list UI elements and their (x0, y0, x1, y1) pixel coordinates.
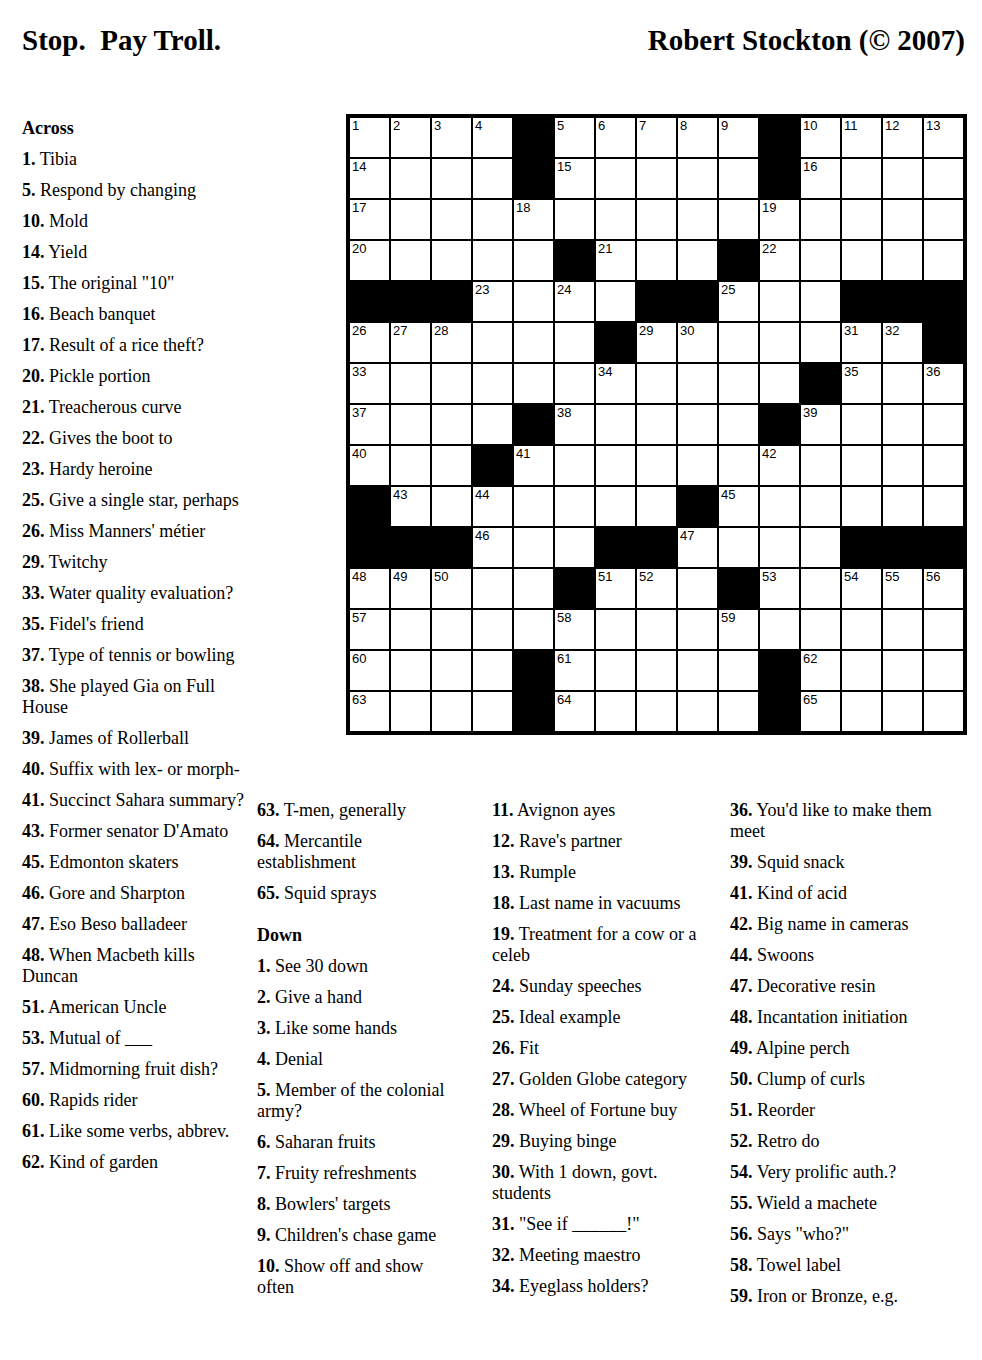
white-square[interactable]: 30 (678, 323, 717, 362)
cell-number: 4 (475, 118, 482, 133)
white-square[interactable] (432, 487, 471, 526)
white-square[interactable] (555, 200, 594, 239)
white-square[interactable] (473, 241, 512, 280)
white-square[interactable] (514, 528, 553, 567)
clue-number: 57. (22, 1059, 45, 1079)
black-square (432, 528, 471, 567)
white-square[interactable] (432, 610, 471, 649)
white-square[interactable]: 5 (555, 118, 594, 157)
white-square[interactable] (842, 610, 881, 649)
clue-number: 2. (257, 987, 271, 1007)
white-square[interactable]: 55 (883, 569, 922, 608)
white-square[interactable] (719, 651, 758, 690)
clue-number: 16. (22, 304, 45, 324)
white-square[interactable]: 6 (596, 118, 635, 157)
white-square[interactable] (514, 364, 553, 403)
white-square[interactable] (719, 528, 758, 567)
clue: 47. Eso Beso balladeer (22, 914, 246, 935)
cell-number: 16 (803, 159, 817, 174)
cell-number: 31 (844, 323, 858, 338)
white-square[interactable] (637, 487, 676, 526)
white-square[interactable] (883, 446, 922, 485)
clue: 4. Denial (257, 1049, 463, 1070)
white-square[interactable] (555, 364, 594, 403)
clue: 10. Mold (22, 211, 246, 232)
white-square[interactable] (801, 323, 840, 362)
cell-number: 14 (352, 159, 366, 174)
cell-number: 41 (516, 446, 530, 461)
black-square (514, 159, 553, 198)
white-square[interactable]: 38 (555, 405, 594, 444)
clue-number: 42. (730, 914, 753, 934)
white-square[interactable]: 51 (596, 569, 635, 608)
white-square[interactable] (883, 364, 922, 403)
clue-number: 51. (730, 1100, 753, 1120)
white-square[interactable] (391, 651, 430, 690)
black-square (637, 528, 676, 567)
white-square[interactable]: 49 (391, 569, 430, 608)
clue: 27. Golden Globe category (492, 1069, 716, 1090)
white-square[interactable] (391, 610, 430, 649)
clue-number: 30. (492, 1162, 515, 1182)
cell-number: 3 (434, 118, 441, 133)
white-square[interactable] (801, 569, 840, 608)
white-square[interactable]: 48 (350, 569, 389, 608)
white-square[interactable] (432, 692, 471, 731)
white-square[interactable] (473, 159, 512, 198)
white-square[interactable] (883, 405, 922, 444)
white-square[interactable]: 15 (555, 159, 594, 198)
white-square[interactable]: 25 (719, 282, 758, 321)
black-square (801, 364, 840, 403)
clue: 32. Meeting maestro (492, 1245, 716, 1266)
white-square[interactable]: 50 (432, 569, 471, 608)
black-square (760, 405, 799, 444)
white-square[interactable] (924, 446, 963, 485)
white-square[interactable] (391, 692, 430, 731)
clue-number: 19. (492, 924, 515, 944)
white-square[interactable]: 47 (678, 528, 717, 567)
white-square[interactable]: 9 (719, 118, 758, 157)
clue: 5. Member of the colonial army? (257, 1080, 463, 1122)
cell-number: 33 (352, 364, 366, 379)
white-square[interactable] (883, 241, 922, 280)
white-square[interactable] (801, 446, 840, 485)
white-square[interactable] (924, 405, 963, 444)
clue: 23. Hardy heroine (22, 459, 246, 480)
white-square[interactable] (432, 200, 471, 239)
white-square[interactable] (432, 159, 471, 198)
white-square[interactable] (842, 446, 881, 485)
white-square[interactable] (514, 282, 553, 321)
white-square[interactable] (596, 692, 635, 731)
white-square[interactable] (924, 200, 963, 239)
white-square[interactable] (637, 692, 676, 731)
white-square[interactable] (637, 651, 676, 690)
white-square[interactable]: 36 (924, 364, 963, 403)
puzzle-byline: Robert Stockton (© 2007) (648, 24, 965, 57)
across-clues-continued: 63. T-men, generally64. Mercantile estab… (257, 800, 463, 904)
white-square[interactable] (924, 487, 963, 526)
clue: 38. She played Gia on Full House (22, 676, 246, 718)
white-square[interactable]: 39 (801, 405, 840, 444)
white-square[interactable]: 53 (760, 569, 799, 608)
white-square[interactable]: 44 (473, 487, 512, 526)
white-square[interactable] (760, 323, 799, 362)
white-square[interactable] (596, 405, 635, 444)
white-square[interactable] (883, 159, 922, 198)
clue: 26. Fit (492, 1038, 716, 1059)
white-square[interactable] (801, 528, 840, 567)
clue-number: 10. (22, 211, 45, 231)
white-square[interactable]: 19 (760, 200, 799, 239)
clue-number: 11. (492, 800, 514, 820)
white-square[interactable] (842, 487, 881, 526)
clue: 5. Respond by changing (22, 180, 246, 201)
white-square[interactable] (473, 569, 512, 608)
white-square[interactable] (473, 692, 512, 731)
clue-number: 24. (492, 976, 515, 996)
white-square[interactable] (473, 200, 512, 239)
black-square (473, 446, 512, 485)
white-square[interactable] (596, 651, 635, 690)
white-square[interactable] (637, 200, 676, 239)
white-square[interactable] (760, 610, 799, 649)
clue-number: 51. (22, 997, 45, 1017)
white-square[interactable] (391, 159, 430, 198)
white-square[interactable] (432, 446, 471, 485)
cell-number: 60 (352, 651, 366, 666)
white-square[interactable]: 31 (842, 323, 881, 362)
cell-number: 40 (352, 446, 366, 461)
white-square[interactable]: 33 (350, 364, 389, 403)
white-square[interactable] (801, 610, 840, 649)
white-square[interactable] (760, 528, 799, 567)
white-square[interactable] (842, 405, 881, 444)
clue-number: 9. (257, 1225, 271, 1245)
white-square[interactable] (842, 159, 881, 198)
white-square[interactable]: 13 (924, 118, 963, 157)
clue-number: 7. (257, 1163, 271, 1183)
cell-number: 10 (803, 118, 817, 133)
white-square[interactable] (678, 200, 717, 239)
white-square[interactable] (719, 405, 758, 444)
clue-number: 54. (730, 1162, 753, 1182)
clue: 53. Mutual of ___ (22, 1028, 246, 1049)
white-square[interactable]: 64 (555, 692, 594, 731)
white-square[interactable]: 45 (719, 487, 758, 526)
clue: 51. Reorder (730, 1100, 968, 1121)
white-square[interactable] (678, 651, 717, 690)
white-square[interactable] (555, 323, 594, 362)
white-square[interactable]: 57 (350, 610, 389, 649)
black-square (924, 282, 963, 321)
white-square[interactable] (719, 446, 758, 485)
white-square[interactable]: 60 (350, 651, 389, 690)
white-square[interactable] (637, 364, 676, 403)
white-square[interactable] (596, 159, 635, 198)
clue: 29. Twitchy (22, 552, 246, 573)
white-square[interactable] (432, 405, 471, 444)
clue-number: 53. (22, 1028, 45, 1048)
clue-number: 5. (257, 1080, 271, 1100)
white-square[interactable] (473, 405, 512, 444)
white-square[interactable] (924, 610, 963, 649)
clue: 1. Tibia (22, 149, 246, 170)
white-square[interactable]: 58 (555, 610, 594, 649)
cell-number: 44 (475, 487, 489, 502)
white-square[interactable]: 17 (350, 200, 389, 239)
white-square[interactable]: 22 (760, 241, 799, 280)
clue: 10. Show off and show often (257, 1256, 463, 1298)
white-square[interactable]: 12 (883, 118, 922, 157)
black-square (350, 487, 389, 526)
white-square[interactable] (678, 159, 717, 198)
white-square[interactable]: 54 (842, 569, 881, 608)
clue-number: 41. (730, 883, 753, 903)
white-square[interactable] (924, 651, 963, 690)
clue: 46. Gore and Sharpton (22, 883, 246, 904)
clue: 1. See 30 down (257, 956, 463, 977)
white-square[interactable]: 7 (637, 118, 676, 157)
white-square[interactable]: 37 (350, 405, 389, 444)
white-square[interactable]: 32 (883, 323, 922, 362)
white-square[interactable] (391, 446, 430, 485)
clue: 57. Midmorning fruit dish? (22, 1059, 246, 1080)
white-square[interactable]: 26 (350, 323, 389, 362)
white-square[interactable] (391, 200, 430, 239)
cell-number: 20 (352, 241, 366, 256)
white-square[interactable] (842, 651, 881, 690)
white-square[interactable] (801, 282, 840, 321)
clue-number: 40. (22, 759, 45, 779)
white-square[interactable]: 1 (350, 118, 389, 157)
cell-number: 54 (844, 569, 858, 584)
white-square[interactable] (883, 692, 922, 731)
white-square[interactable] (473, 364, 512, 403)
white-square[interactable] (760, 364, 799, 403)
cell-number: 48 (352, 569, 366, 584)
white-square[interactable] (555, 487, 594, 526)
white-square[interactable] (514, 323, 553, 362)
white-square[interactable]: 10 (801, 118, 840, 157)
white-square[interactable] (678, 241, 717, 280)
white-square[interactable] (883, 610, 922, 649)
white-square[interactable] (596, 487, 635, 526)
white-square[interactable] (391, 364, 430, 403)
white-square[interactable] (719, 323, 758, 362)
cell-number: 21 (598, 241, 612, 256)
white-square[interactable]: 40 (350, 446, 389, 485)
white-square[interactable] (801, 241, 840, 280)
black-square (391, 528, 430, 567)
white-square[interactable] (883, 651, 922, 690)
white-square[interactable] (719, 159, 758, 198)
clue: 65. Squid sprays (257, 883, 463, 904)
white-square[interactable]: 14 (350, 159, 389, 198)
clue: 21. Treacherous curve (22, 397, 246, 418)
white-square[interactable] (719, 200, 758, 239)
cell-number: 52 (639, 569, 653, 584)
white-square[interactable]: 2 (391, 118, 430, 157)
white-square[interactable]: 16 (801, 159, 840, 198)
white-square[interactable]: 52 (637, 569, 676, 608)
white-square[interactable]: 28 (432, 323, 471, 362)
black-square (924, 323, 963, 362)
clue-number: 4. (257, 1049, 271, 1069)
clue: 45. Edmonton skaters (22, 852, 246, 873)
white-square[interactable]: 27 (391, 323, 430, 362)
cell-number: 28 (434, 323, 448, 338)
white-square[interactable] (473, 323, 512, 362)
clue-number: 52. (730, 1131, 753, 1151)
white-square[interactable] (514, 610, 553, 649)
clue-number: 28. (492, 1100, 515, 1120)
white-square[interactable] (678, 569, 717, 608)
white-square[interactable]: 61 (555, 651, 594, 690)
white-square[interactable] (760, 282, 799, 321)
white-square[interactable]: 34 (596, 364, 635, 403)
white-square[interactable]: 21 (596, 241, 635, 280)
white-square[interactable]: 4 (473, 118, 512, 157)
across-header: Across (22, 118, 246, 139)
cell-number: 32 (885, 323, 899, 338)
white-square[interactable] (555, 446, 594, 485)
white-square[interactable] (719, 692, 758, 731)
black-square (637, 282, 676, 321)
clue-number: 32. (492, 1245, 515, 1265)
clue-number: 10. (257, 1256, 280, 1276)
clue-number: 15. (22, 273, 45, 293)
white-square[interactable]: 41 (514, 446, 553, 485)
clue: 6. Saharan fruits (257, 1132, 463, 1153)
white-square[interactable] (883, 487, 922, 526)
white-square[interactable]: 63 (350, 692, 389, 731)
clue: 29. Buying binge (492, 1131, 716, 1152)
clue-number: 45. (22, 852, 45, 872)
clue: 39. James of Rollerball (22, 728, 246, 749)
white-square[interactable] (391, 241, 430, 280)
white-square[interactable]: 59 (719, 610, 758, 649)
clue: 47. Decorative resin (730, 976, 968, 997)
white-square[interactable] (924, 241, 963, 280)
black-square (719, 241, 758, 280)
white-square[interactable] (514, 487, 553, 526)
white-square[interactable] (596, 200, 635, 239)
white-square[interactable] (514, 241, 553, 280)
cell-number: 8 (680, 118, 687, 133)
white-square[interactable] (842, 241, 881, 280)
white-square[interactable] (473, 651, 512, 690)
white-square[interactable] (596, 610, 635, 649)
white-square[interactable]: 20 (350, 241, 389, 280)
clue-number: 26. (492, 1038, 515, 1058)
clue: 35. Fidel's friend (22, 614, 246, 635)
clue-column-down-3: 36. You'd like to make them meet39. Squi… (730, 800, 968, 1317)
white-square[interactable]: 3 (432, 118, 471, 157)
white-square[interactable] (391, 405, 430, 444)
white-square[interactable]: 35 (842, 364, 881, 403)
clue: 44. Swoons (730, 945, 968, 966)
clue: 9. Children's chase game (257, 1225, 463, 1246)
clue-number: 8. (257, 1194, 271, 1214)
cell-number: 23 (475, 282, 489, 297)
cell-number: 25 (721, 282, 735, 297)
white-square[interactable] (473, 610, 512, 649)
white-square[interactable]: 18 (514, 200, 553, 239)
white-square[interactable] (842, 692, 881, 731)
white-square[interactable] (432, 241, 471, 280)
white-square[interactable]: 23 (473, 282, 512, 321)
clue: 25. Give a single star, perhaps (22, 490, 246, 511)
white-square[interactable] (637, 446, 676, 485)
white-square[interactable] (801, 487, 840, 526)
clue-number: 46. (22, 883, 45, 903)
white-square[interactable] (924, 159, 963, 198)
cell-number: 35 (844, 364, 858, 379)
white-square[interactable] (432, 651, 471, 690)
white-square[interactable]: 11 (842, 118, 881, 157)
white-square[interactable]: 29 (637, 323, 676, 362)
clue-number: 39. (730, 852, 753, 872)
white-square[interactable]: 62 (801, 651, 840, 690)
clue: 13. Rumple (492, 862, 716, 883)
white-square[interactable] (760, 487, 799, 526)
white-square[interactable] (637, 241, 676, 280)
white-square[interactable] (596, 282, 635, 321)
white-square[interactable] (801, 200, 840, 239)
clue-number: 63. (257, 800, 280, 820)
cell-number: 59 (721, 610, 735, 625)
white-square[interactable]: 56 (924, 569, 963, 608)
white-square[interactable] (596, 446, 635, 485)
clue: 24. Sunday speeches (492, 976, 716, 997)
white-square[interactable] (637, 159, 676, 198)
white-square[interactable] (924, 692, 963, 731)
white-square[interactable] (678, 405, 717, 444)
white-square[interactable] (555, 528, 594, 567)
white-square[interactable] (678, 610, 717, 649)
cell-number: 46 (475, 528, 489, 543)
white-square[interactable] (432, 364, 471, 403)
white-square[interactable] (842, 200, 881, 239)
white-square[interactable]: 8 (678, 118, 717, 157)
white-square[interactable] (719, 364, 758, 403)
clue: 3. Like some hands (257, 1018, 463, 1039)
white-square[interactable] (678, 364, 717, 403)
clue: 41. Succinct Sahara summary? (22, 790, 246, 811)
white-square[interactable]: 46 (473, 528, 512, 567)
cell-number: 6 (598, 118, 605, 133)
clue-number: 12. (492, 831, 515, 851)
clue: 33. Water quality evaluation? (22, 583, 246, 604)
white-square[interactable] (883, 200, 922, 239)
clue: 34. Eyeglass holders? (492, 1276, 716, 1297)
white-square[interactable] (637, 405, 676, 444)
white-square[interactable] (514, 569, 553, 608)
white-square[interactable]: 43 (391, 487, 430, 526)
white-square[interactable] (678, 692, 717, 731)
cell-number: 61 (557, 651, 571, 666)
clue-number: 5. (22, 180, 36, 200)
white-square[interactable]: 42 (760, 446, 799, 485)
white-square[interactable]: 24 (555, 282, 594, 321)
white-square[interactable] (678, 446, 717, 485)
cell-number: 12 (885, 118, 899, 133)
white-square[interactable]: 65 (801, 692, 840, 731)
white-square[interactable] (637, 610, 676, 649)
black-square (760, 118, 799, 157)
